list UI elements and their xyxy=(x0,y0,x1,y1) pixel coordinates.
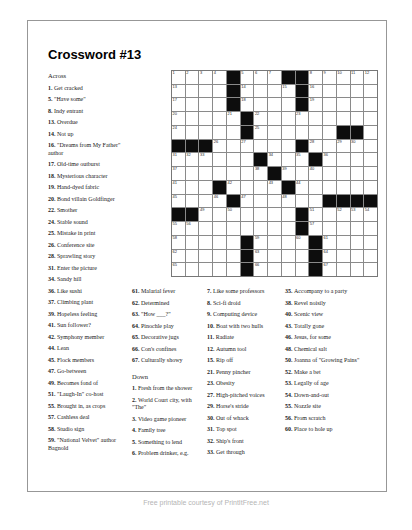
grid-cell[interactable] xyxy=(241,181,254,194)
grid-cell[interactable] xyxy=(227,167,240,180)
grid-cell[interactable]: 13 xyxy=(172,85,185,98)
grid-cell[interactable] xyxy=(364,167,377,180)
black-cell xyxy=(296,222,309,235)
grid-cell[interactable]: 66 xyxy=(254,263,267,276)
cell-number: 48 xyxy=(282,195,286,200)
grid-cell[interactable] xyxy=(337,236,350,249)
cell-number: 20 xyxy=(173,112,177,117)
grid-cell[interactable] xyxy=(351,98,364,111)
black-cell xyxy=(241,236,254,249)
crossword-grid[interactable]: 1234567891011121314151617181920212223242… xyxy=(171,70,378,277)
black-cell xyxy=(309,263,322,276)
grid-cell[interactable] xyxy=(337,112,350,125)
grid-cell[interactable] xyxy=(268,140,281,153)
cell-number: 54 xyxy=(365,208,369,213)
clue-61: 61. Malarial fever xyxy=(132,288,203,296)
grid-cell[interactable] xyxy=(323,140,336,153)
grid-cell[interactable]: 33 xyxy=(199,153,212,166)
clue-63: 63. "How ___?" xyxy=(132,311,203,319)
across-clue-list-continued: 61. Malarial fever62. Determined63. "How… xyxy=(132,288,203,365)
grid-cell[interactable]: 9 xyxy=(323,71,336,84)
cell-number: 39 xyxy=(282,167,286,172)
black-cell xyxy=(296,71,309,84)
grid-cell[interactable] xyxy=(254,195,267,208)
clue-9: 9. Computing device xyxy=(207,311,281,319)
cell-number: 19 xyxy=(310,98,314,103)
grid-cell[interactable] xyxy=(364,98,377,111)
grid-cell[interactable] xyxy=(213,85,226,98)
clue-15: 15. Rip off xyxy=(207,357,281,365)
black-cell xyxy=(213,181,226,194)
grid-cell[interactable]: 35 xyxy=(296,153,309,166)
clue-32: 32. Ship's front xyxy=(207,438,281,446)
clue-1: 1. Fresh from the shower xyxy=(132,385,203,393)
grid-cell[interactable] xyxy=(213,98,226,111)
grid-cell[interactable] xyxy=(227,126,240,139)
clue-31: 31. Enter the picture xyxy=(48,265,124,273)
grid-cell[interactable] xyxy=(309,181,322,194)
cell-number: 10 xyxy=(337,71,341,76)
grid-cell[interactable]: 11 xyxy=(351,71,364,84)
grid-cell[interactable] xyxy=(364,140,377,153)
grid-cell[interactable]: 47 xyxy=(241,195,254,208)
grid-cell[interactable] xyxy=(186,250,199,263)
grid-cell[interactable]: 23 xyxy=(296,112,309,125)
grid-cell[interactable] xyxy=(186,98,199,111)
grid-cell[interactable] xyxy=(186,181,199,194)
clue-36: 36. Like sushi xyxy=(48,288,124,296)
cell-number: 32 xyxy=(186,153,190,158)
grid-cell[interactable] xyxy=(268,195,281,208)
grid-cell[interactable] xyxy=(323,222,336,235)
clue-33: 33. Get through xyxy=(207,449,281,457)
grid-cell[interactable]: 29 xyxy=(337,140,350,153)
grid-cell[interactable]: 30 xyxy=(351,140,364,153)
grid-cell[interactable] xyxy=(296,263,309,276)
grid-cell[interactable] xyxy=(323,85,336,98)
grid-cell[interactable] xyxy=(213,126,226,139)
grid-cell[interactable] xyxy=(337,263,350,276)
grid-cell[interactable]: 36 xyxy=(323,153,336,166)
grid-cell[interactable] xyxy=(351,263,364,276)
grid-cell[interactable]: 28 xyxy=(309,140,322,153)
clue-64: 64. Pinochle play xyxy=(132,323,203,331)
grid-cell[interactable] xyxy=(241,153,254,166)
clue-30: 30. Out of whack xyxy=(207,415,281,423)
grid-cell[interactable] xyxy=(199,98,212,111)
clue-53: 53. Legally of age xyxy=(285,380,367,388)
grid-cell[interactable] xyxy=(268,85,281,98)
cell-number: 4 xyxy=(214,71,216,76)
grid-cell[interactable]: 61 xyxy=(323,236,336,249)
grid-cell[interactable]: 24 xyxy=(172,126,185,139)
grid-cell[interactable] xyxy=(199,250,212,263)
clue-7: 7. Like some professors xyxy=(207,288,281,296)
cell-number: 8 xyxy=(310,71,312,76)
clue-60: 60. Place to hole up xyxy=(285,426,367,434)
grid-cell[interactable] xyxy=(364,153,377,166)
grid-cell[interactable] xyxy=(282,98,295,111)
black-cell xyxy=(296,98,309,111)
grid-cell[interactable] xyxy=(323,167,336,180)
grid-cell[interactable]: 1 xyxy=(172,71,185,84)
grid-cell[interactable] xyxy=(351,167,364,180)
grid-cell[interactable] xyxy=(199,112,212,125)
grid-cell[interactable]: 65 xyxy=(172,263,185,276)
grid-cell[interactable] xyxy=(186,126,199,139)
grid-cell[interactable] xyxy=(213,167,226,180)
grid-cell[interactable] xyxy=(186,236,199,249)
grid-cell[interactable] xyxy=(351,222,364,235)
clue-65: 65. Decorative jugs xyxy=(132,334,203,342)
grid-cell[interactable]: 14 xyxy=(241,85,254,98)
black-cell xyxy=(351,195,364,208)
grid-cell[interactable] xyxy=(254,181,267,194)
cell-number: 38 xyxy=(255,167,259,172)
cell-number: 40 xyxy=(310,167,314,172)
cell-number: 23 xyxy=(296,112,300,117)
grid-cell[interactable]: 42 xyxy=(227,181,240,194)
grid-cell[interactable] xyxy=(213,153,226,166)
grid-cell[interactable]: 37 xyxy=(172,167,185,180)
cell-number: 37 xyxy=(173,167,177,172)
clue-28: 28. Sprawling story xyxy=(48,253,124,261)
clue-55: 55. Brought in, as crops xyxy=(48,403,124,411)
clue-67: 67. Culturally showy xyxy=(132,357,203,365)
grid-cell[interactable] xyxy=(351,181,364,194)
grid-cell[interactable] xyxy=(282,263,295,276)
grid-cell[interactable] xyxy=(199,126,212,139)
grid-cell[interactable] xyxy=(268,236,281,249)
grid-cell[interactable] xyxy=(186,195,199,208)
grid-cell[interactable] xyxy=(337,98,350,111)
grid-cell[interactable] xyxy=(296,167,309,180)
clues-column-3: 7. Like some professors8. Sci-fi droid9.… xyxy=(207,288,281,461)
clue-22: 22. Smother xyxy=(48,207,124,215)
cell-number: 22 xyxy=(255,112,259,117)
clue-3: 3. Video game pioneer xyxy=(132,416,203,424)
grid-cell[interactable]: 52 xyxy=(337,208,350,221)
down-clue-list-continued: 7. Like some professors8. Sci-fi droid9.… xyxy=(207,288,281,457)
black-cell xyxy=(296,208,309,221)
cell-number: 49 xyxy=(200,208,204,213)
cell-number: 56 xyxy=(186,222,190,227)
cell-number: 67 xyxy=(324,263,328,268)
grid-cell[interactable]: 44 xyxy=(296,181,309,194)
black-cell xyxy=(227,195,240,208)
clue-42: 42. Symphony member xyxy=(48,334,124,342)
grid-cell[interactable] xyxy=(213,263,226,276)
grid-cell[interactable] xyxy=(254,222,267,235)
grid-cell[interactable] xyxy=(337,222,350,235)
grid-cell[interactable]: 5 xyxy=(241,71,254,84)
clue-8: 8. Sci-fi droid xyxy=(207,300,281,308)
grid-cell[interactable]: 39 xyxy=(282,167,295,180)
grid-cell[interactable] xyxy=(309,126,322,139)
grid-cell[interactable]: 7 xyxy=(268,71,281,84)
grid-cell[interactable] xyxy=(323,208,336,221)
grid-cell[interactable] xyxy=(227,250,240,263)
grid-cell[interactable]: 40 xyxy=(309,167,322,180)
grid-cell[interactable] xyxy=(227,140,240,153)
grid-cell[interactable] xyxy=(282,153,295,166)
grid-cell[interactable] xyxy=(351,153,364,166)
grid-cell[interactable]: 2 xyxy=(186,71,199,84)
grid-cell[interactable] xyxy=(323,181,336,194)
cell-number: 15 xyxy=(282,85,286,90)
grid-cell[interactable] xyxy=(296,250,309,263)
grid-cell[interactable]: 58 xyxy=(172,236,185,249)
cell-number: 29 xyxy=(337,140,341,145)
clue-1: 1. Get cracked xyxy=(48,85,124,93)
grid-cell[interactable] xyxy=(199,85,212,98)
cell-number: 64 xyxy=(324,250,328,255)
grid-cell[interactable]: 25 xyxy=(254,126,267,139)
grid-cell[interactable]: 54 xyxy=(364,208,377,221)
grid-cell[interactable] xyxy=(186,112,199,125)
cell-number: 31 xyxy=(173,153,177,158)
grid-cell[interactable]: 51 xyxy=(309,208,322,221)
grid-cell[interactable] xyxy=(323,98,336,111)
cell-number: 3 xyxy=(200,71,202,76)
clue-26: 26. Conference site xyxy=(48,242,124,250)
grid-cell[interactable] xyxy=(227,236,240,249)
black-cell xyxy=(351,126,364,139)
cell-number: 65 xyxy=(173,263,177,268)
cell-number: 41 xyxy=(173,181,177,186)
clue-13: 13. Overdue xyxy=(48,119,124,127)
down-header: Down xyxy=(132,373,203,381)
grid-cell[interactable] xyxy=(213,236,226,249)
grid-cell[interactable]: 57 xyxy=(309,222,322,235)
grid-cell[interactable]: 38 xyxy=(254,167,267,180)
clue-5: 5. "Have some" xyxy=(48,96,124,104)
grid-cell[interactable]: 34 xyxy=(268,153,281,166)
grid-cell[interactable] xyxy=(227,222,240,235)
grid-cell[interactable] xyxy=(364,263,377,276)
clue-16: 16. "Dreams from My Father" author xyxy=(48,142,124,157)
grid-cell[interactable]: 26 xyxy=(213,140,226,153)
grid-cell[interactable] xyxy=(186,263,199,276)
clue-17: 17. Old-time outburst xyxy=(48,161,124,169)
clue-5: 5. Something to lend xyxy=(132,439,203,447)
black-cell xyxy=(282,181,295,194)
grid-cell[interactable] xyxy=(351,112,364,125)
grid-cell[interactable] xyxy=(296,195,309,208)
grid-cell[interactable] xyxy=(199,195,212,208)
black-cell xyxy=(309,153,322,166)
cell-number: 11 xyxy=(351,71,355,76)
grid-cell[interactable] xyxy=(213,222,226,235)
cell-number: 50 xyxy=(227,208,231,213)
cell-number: 47 xyxy=(241,195,245,200)
grid-cell[interactable]: 18 xyxy=(241,98,254,111)
grid-cell[interactable] xyxy=(186,167,199,180)
grid-cell[interactable] xyxy=(199,263,212,276)
grid-cell[interactable]: 59 xyxy=(254,236,267,249)
grid-cell[interactable] xyxy=(351,250,364,263)
grid-cell[interactable]: 10 xyxy=(337,71,350,84)
black-cell xyxy=(186,208,199,221)
grid-cell[interactable] xyxy=(351,85,364,98)
grid-cell[interactable]: 41 xyxy=(172,181,185,194)
black-cell xyxy=(323,195,336,208)
cell-number: 7 xyxy=(269,71,271,76)
clue-14: 14. Not up xyxy=(48,131,124,139)
cell-number: 1 xyxy=(173,71,175,76)
grid-cell[interactable] xyxy=(268,222,281,235)
grid-cell[interactable]: 46 xyxy=(213,195,226,208)
grid-cell[interactable] xyxy=(282,250,295,263)
grid-cell[interactable] xyxy=(199,167,212,180)
grid-cell[interactable] xyxy=(282,140,295,153)
grid-cell[interactable]: 48 xyxy=(282,195,295,208)
grid-cell[interactable] xyxy=(241,222,254,235)
grid-cell[interactable] xyxy=(364,126,377,139)
grid-cell[interactable] xyxy=(351,236,364,249)
clue-43: 43. Totally gone xyxy=(285,323,367,331)
grid-cell[interactable] xyxy=(254,140,267,153)
cell-number: 51 xyxy=(310,208,314,213)
black-cell xyxy=(227,98,240,111)
cell-number: 2 xyxy=(186,71,188,76)
cell-number: 24 xyxy=(173,126,177,131)
cell-number: 61 xyxy=(324,236,328,241)
clue-52: 52. Make a bet xyxy=(285,369,367,377)
grid-cell[interactable] xyxy=(296,126,309,139)
grid-cell[interactable] xyxy=(268,263,281,276)
grid-cell[interactable] xyxy=(337,181,350,194)
clue-35: 35. Accompany to a party xyxy=(285,288,367,296)
grid-cell[interactable] xyxy=(213,112,226,125)
grid-cell[interactable] xyxy=(364,250,377,263)
grid-cell[interactable] xyxy=(282,208,295,221)
clue-6: 6. Problem drinker, e.g. xyxy=(132,450,203,458)
grid-cell[interactable] xyxy=(199,181,212,194)
grid-cell[interactable] xyxy=(199,236,212,249)
across-clue-list: 1. Get cracked5. "Have some"8. Indy entr… xyxy=(48,85,124,453)
clue-44: 44. Lean xyxy=(48,345,124,353)
grid-cell[interactable]: 43 xyxy=(268,181,281,194)
grid-cell[interactable] xyxy=(213,250,226,263)
clue-23: 23. Obesity xyxy=(207,380,281,388)
grid-cell[interactable] xyxy=(282,236,295,249)
grid-cell[interactable] xyxy=(282,222,295,235)
grid-cell[interactable] xyxy=(268,126,281,139)
grid-cell[interactable] xyxy=(213,208,226,221)
grid-cell[interactable] xyxy=(364,236,377,249)
black-cell xyxy=(364,195,377,208)
grid-cell[interactable]: 45 xyxy=(172,195,185,208)
grid-cell[interactable] xyxy=(199,222,212,235)
grid-cell[interactable] xyxy=(241,208,254,221)
clue-18: 18. Mysterious character xyxy=(48,173,124,181)
grid-cell[interactable] xyxy=(268,112,281,125)
clue-39: 39. Hopeless feeling xyxy=(48,311,124,319)
grid-cell[interactable]: 19 xyxy=(309,98,322,111)
grid-cell[interactable] xyxy=(254,85,267,98)
grid-cell[interactable] xyxy=(254,98,267,111)
grid-cell[interactable]: 56 xyxy=(186,222,199,235)
black-cell xyxy=(337,126,350,139)
grid-cell[interactable] xyxy=(241,167,254,180)
grid-cell[interactable]: 63 xyxy=(254,250,267,263)
grid-cell[interactable]: 49 xyxy=(199,208,212,221)
grid-cell[interactable] xyxy=(227,263,240,276)
grid-cell[interactable]: 20 xyxy=(172,112,185,125)
grid-cell[interactable] xyxy=(337,85,350,98)
grid-cell[interactable] xyxy=(323,112,336,125)
cell-number: 55 xyxy=(173,222,177,227)
grid-cell[interactable] xyxy=(309,112,322,125)
grid-cell[interactable]: 53 xyxy=(351,208,364,221)
grid-cell[interactable] xyxy=(282,126,295,139)
grid-cell[interactable]: 16 xyxy=(309,85,322,98)
cell-number: 30 xyxy=(351,140,355,145)
grid-cell[interactable] xyxy=(268,208,281,221)
black-cell xyxy=(227,71,240,84)
grid-cell[interactable] xyxy=(186,85,199,98)
grid-cell[interactable]: 12 xyxy=(364,71,377,84)
grid-cell[interactable]: 17 xyxy=(172,98,185,111)
clue-62: 62. Determined xyxy=(132,300,203,308)
grid-cell[interactable] xyxy=(364,222,377,235)
grid-cell[interactable] xyxy=(268,98,281,111)
clue-46: 46. Jesus, for some xyxy=(285,334,367,342)
grid-cell[interactable] xyxy=(364,112,377,125)
grid-cell[interactable] xyxy=(364,85,377,98)
across-header: Across xyxy=(48,72,124,80)
grid-cell[interactable] xyxy=(254,208,267,221)
clues-column-2: 61. Malarial fever62. Determined63. "How… xyxy=(132,288,203,462)
clue-59: 59. "National Velvet" author Bagnold xyxy=(48,437,124,452)
clue-10: 10. Boat with two hulls xyxy=(207,323,281,331)
cell-number: 18 xyxy=(241,98,245,103)
grid-cell[interactable]: 60 xyxy=(296,236,309,249)
grid-cell[interactable]: 67 xyxy=(323,263,336,276)
grid-cell[interactable] xyxy=(337,250,350,263)
grid-cell[interactable]: 31 xyxy=(172,153,185,166)
grid-cell[interactable]: 15 xyxy=(282,85,295,98)
grid-cell[interactable] xyxy=(268,250,281,263)
grid-cell[interactable]: 32 xyxy=(186,153,199,166)
grid-cell[interactable]: 3 xyxy=(199,71,212,84)
grid-cell[interactable]: 6 xyxy=(254,71,267,84)
clue-66: 66. Con's confines xyxy=(132,346,203,354)
grid-cell[interactable] xyxy=(282,112,295,125)
grid-cell[interactable]: 50 xyxy=(227,208,240,221)
cell-number: 62 xyxy=(173,250,177,255)
grid-cell[interactable] xyxy=(309,195,322,208)
grid-cell[interactable] xyxy=(337,167,350,180)
grid-cell[interactable] xyxy=(364,181,377,194)
grid-cell[interactable]: 4 xyxy=(213,71,226,84)
black-cell xyxy=(254,153,267,166)
grid-cell[interactable] xyxy=(227,153,240,166)
grid-cell[interactable] xyxy=(323,126,336,139)
grid-cell[interactable]: 55 xyxy=(172,222,185,235)
cell-number: 52 xyxy=(337,208,341,213)
grid-cell[interactable]: 8 xyxy=(309,71,322,84)
cell-number: 21 xyxy=(227,112,231,117)
grid-cell[interactable] xyxy=(337,153,350,166)
grid-cell[interactable]: 27 xyxy=(241,140,254,153)
grid-cell[interactable]: 22 xyxy=(254,112,267,125)
grid-cell[interactable]: 62 xyxy=(172,250,185,263)
clue-20: 20. Bond villain Goldfinger xyxy=(48,196,124,204)
grid-cell[interactable]: 64 xyxy=(323,250,336,263)
grid-cell[interactable]: 21 xyxy=(227,112,240,125)
